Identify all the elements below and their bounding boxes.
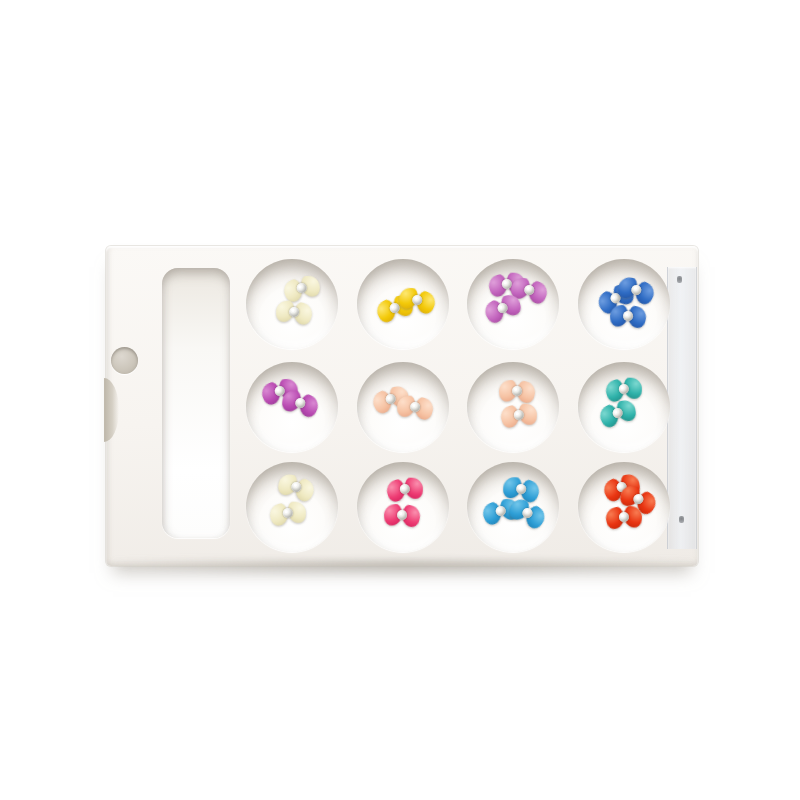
bow-charm-royal-blue[interactable] — [609, 302, 647, 332]
pit-r1c1-ivory[interactable] — [246, 259, 338, 349]
pits-grid — [106, 246, 698, 566]
pit-r1c3-orchid-purple[interactable] — [467, 259, 559, 349]
pit-r3c2-hot-pink[interactable] — [357, 462, 449, 552]
bow-charm-red-orange[interactable] — [605, 503, 643, 533]
pit-r3c3-sky-blue[interactable] — [467, 462, 559, 552]
bow-charm-peach[interactable] — [395, 392, 435, 425]
pit-r2c3-peach[interactable] — [467, 362, 559, 452]
pit-r1c2-yellow[interactable] — [357, 259, 449, 349]
bow-charm-hot-pink[interactable] — [383, 501, 421, 531]
bow-charm-ivory[interactable] — [268, 498, 308, 531]
bow-charm-peach[interactable] — [499, 400, 539, 433]
pit-r2c4-teal[interactable] — [578, 362, 670, 452]
bow-charm-ivory[interactable] — [274, 297, 314, 330]
pit-r3c4-red-orange[interactable] — [578, 462, 670, 552]
bow-charm-magenta-purple[interactable] — [279, 386, 321, 423]
tray-cast-shadow — [112, 560, 694, 576]
pit-r3c1-ivory[interactable] — [246, 462, 338, 552]
pit-r2c2-peach[interactable] — [357, 362, 449, 452]
storage-tray — [106, 246, 698, 566]
pit-r2c1-magenta-purple[interactable] — [246, 362, 338, 452]
pit-r1c4-royal-blue[interactable] — [578, 259, 670, 349]
